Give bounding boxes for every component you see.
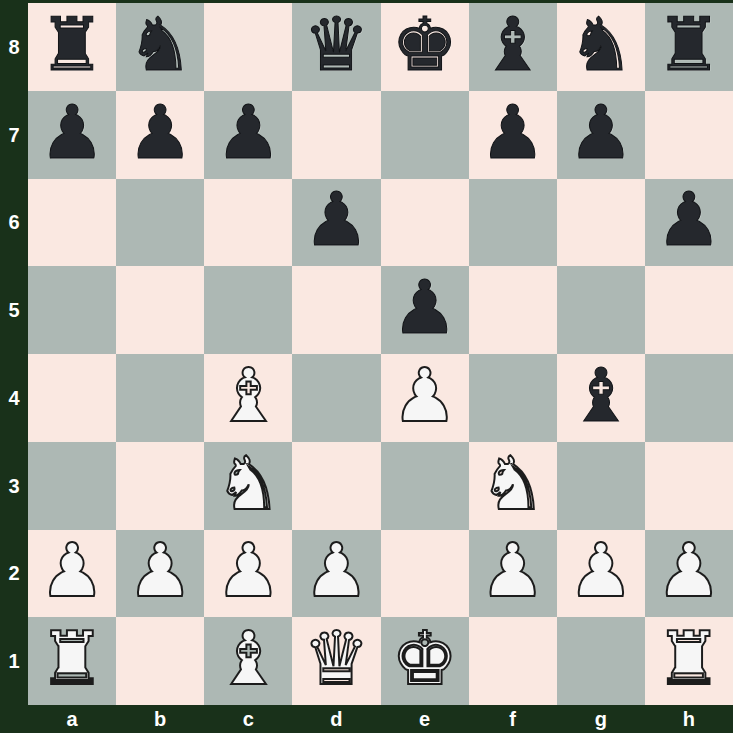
piece-black-queen-d8[interactable]: ♛ (303, 7, 369, 81)
piece-black-pawn-a7[interactable]: ♟ (39, 95, 105, 169)
rank-label-1: 1 (0, 617, 28, 705)
rank-labels: 87654321 (0, 3, 28, 705)
square-f8[interactable]: ♝ (469, 3, 557, 91)
square-a4[interactable] (28, 354, 116, 442)
square-g6[interactable] (557, 179, 645, 267)
square-b8[interactable]: ♞ (116, 3, 204, 91)
piece-black-pawn-d6[interactable]: ♟ (303, 182, 369, 256)
square-a6[interactable] (28, 179, 116, 267)
file-labels: abcdefgh (28, 705, 733, 733)
piece-white-pawn-d2[interactable]: ♟ (303, 533, 369, 607)
piece-white-bishop-c4[interactable]: ♝ (215, 358, 281, 432)
square-d8[interactable]: ♛ (292, 3, 380, 91)
piece-black-pawn-h6[interactable]: ♟ (656, 182, 722, 256)
piece-black-king-e8[interactable]: ♚ (391, 7, 457, 81)
file-label-f: f (469, 705, 557, 733)
square-d6[interactable]: ♟ (292, 179, 380, 267)
square-h6[interactable]: ♟ (645, 179, 733, 267)
piece-white-pawn-h2[interactable]: ♟ (656, 533, 722, 607)
square-e7[interactable] (381, 91, 469, 179)
square-b5[interactable] (116, 266, 204, 354)
square-g4[interactable]: ♝ (557, 354, 645, 442)
square-f3[interactable]: ♞ (469, 442, 557, 530)
square-g3[interactable] (557, 442, 645, 530)
file-label-e: e (381, 705, 469, 733)
rank-label-2: 2 (0, 530, 28, 618)
piece-white-pawn-g2[interactable]: ♟ (568, 533, 634, 607)
square-b6[interactable] (116, 179, 204, 267)
piece-black-pawn-c7[interactable]: ♟ (215, 95, 281, 169)
square-e3[interactable] (381, 442, 469, 530)
piece-white-pawn-f2[interactable]: ♟ (480, 533, 546, 607)
file-label-b: b (116, 705, 204, 733)
square-d7[interactable] (292, 91, 380, 179)
square-c1[interactable]: ♝ (204, 617, 292, 705)
square-a8[interactable]: ♜ (28, 3, 116, 91)
square-c7[interactable]: ♟ (204, 91, 292, 179)
square-h1[interactable]: ♜ (645, 617, 733, 705)
square-g7[interactable]: ♟ (557, 91, 645, 179)
square-a2[interactable]: ♟ (28, 530, 116, 618)
rank-label-5: 5 (0, 266, 28, 354)
square-d5[interactable] (292, 266, 380, 354)
piece-black-pawn-b7[interactable]: ♟ (127, 95, 193, 169)
rank-label-6: 6 (0, 179, 28, 267)
square-d4[interactable] (292, 354, 380, 442)
square-b7[interactable]: ♟ (116, 91, 204, 179)
square-g8[interactable]: ♞ (557, 3, 645, 91)
piece-black-bishop-g4[interactable]: ♝ (568, 358, 634, 432)
square-e8[interactable]: ♚ (381, 3, 469, 91)
square-b2[interactable]: ♟ (116, 530, 204, 618)
square-h8[interactable]: ♜ (645, 3, 733, 91)
square-f6[interactable] (469, 179, 557, 267)
piece-black-pawn-g7[interactable]: ♟ (568, 95, 634, 169)
piece-white-queen-d1[interactable]: ♛ (303, 621, 369, 695)
rank-label-7: 7 (0, 91, 28, 179)
square-e5[interactable]: ♟ (381, 266, 469, 354)
piece-white-pawn-e4[interactable]: ♟ (391, 358, 457, 432)
square-b4[interactable] (116, 354, 204, 442)
rank-label-4: 4 (0, 354, 28, 442)
piece-white-pawn-b2[interactable]: ♟ (127, 533, 193, 607)
square-c2[interactable]: ♟ (204, 530, 292, 618)
square-g2[interactable]: ♟ (557, 530, 645, 618)
piece-black-knight-g8[interactable]: ♞ (568, 7, 634, 81)
square-f4[interactable] (469, 354, 557, 442)
square-d3[interactable] (292, 442, 380, 530)
piece-black-pawn-e5[interactable]: ♟ (391, 270, 457, 344)
file-label-h: h (645, 705, 733, 733)
file-label-a: a (28, 705, 116, 733)
piece-white-king-e1[interactable]: ♚ (391, 621, 457, 695)
square-e2[interactable] (381, 530, 469, 618)
square-a7[interactable]: ♟ (28, 91, 116, 179)
rank-label-8: 8 (0, 3, 28, 91)
square-b1[interactable] (116, 617, 204, 705)
piece-white-rook-h1[interactable]: ♜ (656, 621, 722, 695)
file-label-d: d (292, 705, 380, 733)
square-h5[interactable] (645, 266, 733, 354)
piece-black-rook-h8[interactable]: ♜ (656, 7, 722, 81)
piece-black-knight-b8[interactable]: ♞ (127, 7, 193, 81)
square-c5[interactable] (204, 266, 292, 354)
square-d2[interactable]: ♟ (292, 530, 380, 618)
square-c3[interactable]: ♞ (204, 442, 292, 530)
square-e4[interactable]: ♟ (381, 354, 469, 442)
square-h2[interactable]: ♟ (645, 530, 733, 618)
square-h4[interactable] (645, 354, 733, 442)
square-e6[interactable] (381, 179, 469, 267)
square-f2[interactable]: ♟ (469, 530, 557, 618)
square-a5[interactable] (28, 266, 116, 354)
square-a3[interactable] (28, 442, 116, 530)
square-f1[interactable] (469, 617, 557, 705)
piece-black-bishop-f8[interactable]: ♝ (480, 7, 546, 81)
piece-white-pawn-c2[interactable]: ♟ (215, 533, 281, 607)
square-g1[interactable] (557, 617, 645, 705)
piece-white-knight-f3[interactable]: ♞ (480, 446, 546, 520)
piece-black-pawn-f7[interactable]: ♟ (480, 95, 546, 169)
rank-label-3: 3 (0, 442, 28, 530)
chess-board-frame: 87654321 ♜♞♛♚♝♞♜♟♟♟♟♟♟♟♟♝♟♝♞♞♟♟♟♟♟♟♟♜♝♛♚… (0, 0, 733, 733)
square-c6[interactable] (204, 179, 292, 267)
square-f7[interactable]: ♟ (469, 91, 557, 179)
square-c8[interactable] (204, 3, 292, 91)
square-a1[interactable]: ♜ (28, 617, 116, 705)
piece-white-knight-c3[interactable]: ♞ (215, 446, 281, 520)
square-c4[interactable]: ♝ (204, 354, 292, 442)
square-d1[interactable]: ♛ (292, 617, 380, 705)
square-h7[interactable] (645, 91, 733, 179)
square-b3[interactable] (116, 442, 204, 530)
piece-white-rook-a1[interactable]: ♜ (39, 621, 105, 695)
file-label-c: c (204, 705, 292, 733)
square-e1[interactable]: ♚ (381, 617, 469, 705)
square-f5[interactable] (469, 266, 557, 354)
square-h3[interactable] (645, 442, 733, 530)
piece-white-pawn-a2[interactable]: ♟ (39, 533, 105, 607)
piece-white-bishop-c1[interactable]: ♝ (215, 621, 281, 695)
square-g5[interactable] (557, 266, 645, 354)
chess-board: ♜♞♛♚♝♞♜♟♟♟♟♟♟♟♟♝♟♝♞♞♟♟♟♟♟♟♟♜♝♛♚♜ (28, 3, 733, 705)
file-label-g: g (557, 705, 645, 733)
piece-black-rook-a8[interactable]: ♜ (39, 7, 105, 81)
